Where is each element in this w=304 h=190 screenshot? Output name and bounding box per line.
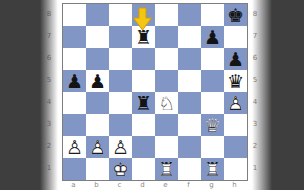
white-pawn-h4[interactable]: ♟♙: [224, 92, 247, 114]
square-c1[interactable]: ♚♔: [109, 158, 132, 180]
square-e6[interactable]: [155, 48, 178, 70]
square-d7[interactable]: ♜: [132, 26, 155, 48]
square-d2[interactable]: [132, 136, 155, 158]
square-h6[interactable]: ♟: [224, 48, 247, 70]
file-label-a: a: [62, 181, 85, 189]
square-f2[interactable]: [178, 136, 201, 158]
chess-app-screenshot: ♚♜♟♟♟♟♛♜♞♘♟♙♛♕♟♙♟♙♟♙♚♔♜♖♜♖ 8877665544332…: [0, 0, 304, 190]
square-a4[interactable]: [63, 92, 86, 114]
square-h1[interactable]: [224, 158, 247, 180]
square-f8[interactable]: [178, 4, 201, 26]
square-g5[interactable]: [201, 70, 224, 92]
square-b6[interactable]: [86, 48, 109, 70]
square-a7[interactable]: [63, 26, 86, 48]
white-rook-e1[interactable]: ♜♖: [155, 158, 178, 180]
square-a6[interactable]: [63, 48, 86, 70]
white-knight-e4[interactable]: ♞♘: [155, 92, 178, 114]
square-b8[interactable]: [86, 4, 109, 26]
square-f5[interactable]: [178, 70, 201, 92]
square-e8[interactable]: [155, 4, 178, 26]
white-rook-g1[interactable]: ♜♖: [201, 158, 224, 180]
square-h2[interactable]: [224, 136, 247, 158]
square-g3[interactable]: ♛♕: [201, 114, 224, 136]
chessboard[interactable]: ♚♜♟♟♟♟♛♜♞♘♟♙♛♕♟♙♟♙♟♙♚♔♜♖♜♖: [62, 3, 248, 181]
file-label-e: e: [154, 181, 177, 189]
square-a5[interactable]: ♟: [63, 70, 86, 92]
square-g7[interactable]: ♟: [201, 26, 224, 48]
square-d3[interactable]: [132, 114, 155, 136]
white-queen-g3[interactable]: ♛♕: [201, 114, 224, 136]
black-pawn-g7[interactable]: ♟: [201, 26, 224, 48]
square-e7[interactable]: [155, 26, 178, 48]
square-h8[interactable]: ♚: [224, 4, 247, 26]
square-c8[interactable]: [109, 4, 132, 26]
square-a1[interactable]: [63, 158, 86, 180]
square-d1[interactable]: [132, 158, 155, 180]
square-d8[interactable]: [132, 4, 155, 26]
square-b4[interactable]: [86, 92, 109, 114]
square-e5[interactable]: [155, 70, 178, 92]
square-h5[interactable]: ♛: [224, 70, 247, 92]
white-king-c1[interactable]: ♚♔: [109, 158, 132, 180]
square-f1[interactable]: [178, 158, 201, 180]
square-b3[interactable]: [86, 114, 109, 136]
square-f7[interactable]: [178, 26, 201, 48]
square-b2[interactable]: ♟♙: [86, 136, 109, 158]
square-a2[interactable]: ♟♙: [63, 136, 86, 158]
file-label-h: h: [223, 181, 246, 189]
square-h7[interactable]: [224, 26, 247, 48]
square-c6[interactable]: [109, 48, 132, 70]
white-pawn-a2[interactable]: ♟♙: [63, 136, 86, 158]
black-pawn-h6[interactable]: ♟: [224, 48, 247, 70]
white-pawn-c2[interactable]: ♟♙: [109, 136, 132, 158]
square-g1[interactable]: ♜♖: [201, 158, 224, 180]
black-pawn-a5[interactable]: ♟: [63, 70, 86, 92]
square-a3[interactable]: [63, 114, 86, 136]
square-c4[interactable]: [109, 92, 132, 114]
square-c2[interactable]: ♟♙: [109, 136, 132, 158]
square-d6[interactable]: [132, 48, 155, 70]
square-c7[interactable]: [109, 26, 132, 48]
black-rook-d4[interactable]: ♜: [132, 92, 155, 114]
square-g2[interactable]: [201, 136, 224, 158]
square-f3[interactable]: [178, 114, 201, 136]
file-label-g: g: [200, 181, 223, 189]
square-g8[interactable]: [201, 4, 224, 26]
letterbox-left: [0, 0, 58, 190]
square-h3[interactable]: [224, 114, 247, 136]
square-h4[interactable]: ♟♙: [224, 92, 247, 114]
black-rook-d7[interactable]: ♜: [132, 26, 155, 48]
square-f4[interactable]: [178, 92, 201, 114]
file-label-b: b: [85, 181, 108, 189]
square-b7[interactable]: [86, 26, 109, 48]
black-pawn-b5[interactable]: ♟: [86, 70, 109, 92]
white-pawn-b2[interactable]: ♟♙: [86, 136, 109, 158]
file-label-c: c: [108, 181, 131, 189]
black-queen-h5[interactable]: ♛: [224, 70, 247, 92]
square-e1[interactable]: ♜♖: [155, 158, 178, 180]
square-c5[interactable]: [109, 70, 132, 92]
square-e3[interactable]: [155, 114, 178, 136]
file-label-d: d: [131, 181, 154, 189]
letterbox-right: [252, 0, 304, 190]
square-e2[interactable]: [155, 136, 178, 158]
square-g6[interactable]: [201, 48, 224, 70]
square-f6[interactable]: [178, 48, 201, 70]
square-a8[interactable]: [63, 4, 86, 26]
square-b5[interactable]: ♟: [86, 70, 109, 92]
square-e4[interactable]: ♞♘: [155, 92, 178, 114]
square-g4[interactable]: [201, 92, 224, 114]
square-c3[interactable]: [109, 114, 132, 136]
square-d5[interactable]: [132, 70, 155, 92]
square-b1[interactable]: [86, 158, 109, 180]
black-king-h8[interactable]: ♚: [224, 4, 247, 26]
square-d4[interactable]: ♜: [132, 92, 155, 114]
file-label-f: f: [177, 181, 200, 189]
